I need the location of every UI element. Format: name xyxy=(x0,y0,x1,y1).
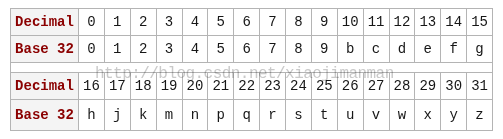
decimal-cell: 17 xyxy=(105,73,131,100)
row-header: Base 32 xyxy=(11,36,79,63)
base32-cell: c xyxy=(364,36,390,63)
base32-cell: 3 xyxy=(157,36,183,63)
decimal-cell: 2 xyxy=(131,9,157,36)
decimal-cell: 14 xyxy=(441,9,467,36)
decimal-cell: 7 xyxy=(260,9,286,36)
decimal-cell: 8 xyxy=(286,9,312,36)
base32-cell: p xyxy=(208,100,234,131)
base32-cell: r xyxy=(260,100,286,131)
base32-cell: b xyxy=(338,36,364,63)
table-row: Decimal0123456789101112131415 xyxy=(11,9,493,36)
decimal-cell: 27 xyxy=(364,73,390,100)
decimal-cell: 13 xyxy=(415,9,441,36)
decimal-cell: 6 xyxy=(234,9,260,36)
decimal-cell: 10 xyxy=(338,9,364,36)
decimal-cell: 16 xyxy=(79,73,105,100)
decimal-cell: 4 xyxy=(183,9,209,36)
decimal-cell: 19 xyxy=(157,73,183,100)
section-spacer xyxy=(11,63,493,73)
base32-cell: t xyxy=(312,100,338,131)
table-row: Base 32hjkmnpqrstuvwxyz xyxy=(11,100,493,131)
base32-cell: h xyxy=(79,100,105,131)
decimal-cell: 22 xyxy=(234,73,260,100)
base32-cell: u xyxy=(338,100,364,131)
decimal-cell: 23 xyxy=(260,73,286,100)
decimal-cell: 1 xyxy=(105,9,131,36)
base32-cell: x xyxy=(415,100,441,131)
base32-cell: 2 xyxy=(131,36,157,63)
decimal-cell: 29 xyxy=(415,73,441,100)
base32-cell: s xyxy=(286,100,312,131)
decimal-cell: 24 xyxy=(286,73,312,100)
base32-cell: d xyxy=(390,36,416,63)
base32-cell: 9 xyxy=(312,36,338,63)
page: Decimal0123456789101112131415Base 320123… xyxy=(0,0,503,139)
base32-cell: g xyxy=(467,36,493,63)
base32-cell: 5 xyxy=(208,36,234,63)
table-row: Decimal16171819202122232425262728293031 xyxy=(11,73,493,100)
row-header: Base 32 xyxy=(11,100,79,131)
base32-cell: 1 xyxy=(105,36,131,63)
decimal-cell: 31 xyxy=(467,73,493,100)
decimal-cell: 18 xyxy=(131,73,157,100)
decimal-cell: 28 xyxy=(390,73,416,100)
base32-cell: 7 xyxy=(260,36,286,63)
decimal-cell: 3 xyxy=(157,9,183,36)
base32-cell: f xyxy=(441,36,467,63)
base32-cell: j xyxy=(105,100,131,131)
decimal-cell: 21 xyxy=(208,73,234,100)
base32-cell: e xyxy=(415,36,441,63)
conversion-table: Decimal0123456789101112131415Base 320123… xyxy=(10,8,493,131)
row-header: Decimal xyxy=(11,73,79,100)
base32-cell: w xyxy=(390,100,416,131)
decimal-cell: 25 xyxy=(312,73,338,100)
base32-cell: k xyxy=(131,100,157,131)
row-header: Decimal xyxy=(11,9,79,36)
base32-cell: v xyxy=(364,100,390,131)
decimal-cell: 9 xyxy=(312,9,338,36)
base32-cell: 8 xyxy=(286,36,312,63)
base32-cell: 4 xyxy=(183,36,209,63)
base32-cell: 6 xyxy=(234,36,260,63)
base32-cell: z xyxy=(467,100,493,131)
base32-cell: n xyxy=(183,100,209,131)
base32-cell: y xyxy=(441,100,467,131)
base32-cell: m xyxy=(157,100,183,131)
base32-cell: 0 xyxy=(79,36,105,63)
decimal-cell: 30 xyxy=(441,73,467,100)
table-row: Base 320123456789bcdefg xyxy=(11,36,493,63)
decimal-cell: 0 xyxy=(79,9,105,36)
base32-cell: q xyxy=(234,100,260,131)
decimal-cell: 12 xyxy=(390,9,416,36)
decimal-cell: 11 xyxy=(364,9,390,36)
decimal-cell: 26 xyxy=(338,73,364,100)
decimal-cell: 15 xyxy=(467,9,493,36)
decimal-cell: 5 xyxy=(208,9,234,36)
decimal-cell: 20 xyxy=(183,73,209,100)
